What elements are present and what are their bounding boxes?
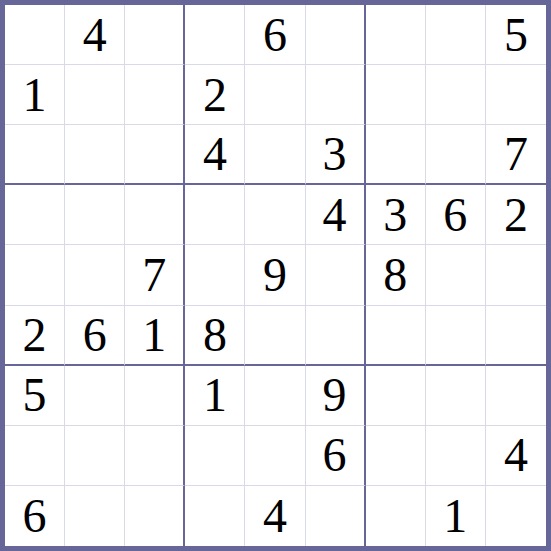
cell-r5c3[interactable]: 7 (125, 245, 185, 305)
cell-r7c6[interactable]: 9 (306, 366, 366, 426)
cell-r2c8[interactable] (426, 65, 486, 125)
cell-r6c3[interactable]: 1 (125, 306, 185, 366)
cell-r3c3[interactable] (125, 125, 185, 185)
cell-r1c6[interactable] (306, 5, 366, 65)
cell-r4c7[interactable]: 3 (366, 185, 426, 245)
cell-r5c1[interactable] (5, 245, 65, 305)
cell-r6c9[interactable] (486, 306, 546, 366)
cell-r2c4[interactable]: 2 (185, 65, 245, 125)
cell-r6c7[interactable] (366, 306, 426, 366)
cell-r1c3[interactable] (125, 5, 185, 65)
cell-r3c4[interactable]: 4 (185, 125, 245, 185)
cell-r8c9[interactable]: 4 (486, 426, 546, 486)
cell-r5c5[interactable]: 9 (245, 245, 305, 305)
cell-r6c6[interactable] (306, 306, 366, 366)
cell-r3c1[interactable] (5, 125, 65, 185)
cell-r7c8[interactable] (426, 366, 486, 426)
cell-r2c1[interactable]: 1 (5, 65, 65, 125)
cell-r2c6[interactable] (306, 65, 366, 125)
cell-r1c9[interactable]: 5 (486, 5, 546, 65)
cell-r8c1[interactable] (5, 426, 65, 486)
cell-r9c3[interactable] (125, 486, 185, 546)
cell-r2c9[interactable] (486, 65, 546, 125)
cell-r7c2[interactable] (65, 366, 125, 426)
cell-r1c4[interactable] (185, 5, 245, 65)
cell-r9c2[interactable] (65, 486, 125, 546)
cell-r4c9[interactable]: 2 (486, 185, 546, 245)
cell-r9c1[interactable]: 6 (5, 486, 65, 546)
cell-r3c7[interactable] (366, 125, 426, 185)
cell-r7c3[interactable] (125, 366, 185, 426)
cell-r1c7[interactable] (366, 5, 426, 65)
cell-r2c3[interactable] (125, 65, 185, 125)
cell-r5c6[interactable] (306, 245, 366, 305)
cell-r1c8[interactable] (426, 5, 486, 65)
cell-r9c4[interactable] (185, 486, 245, 546)
cell-r5c9[interactable] (486, 245, 546, 305)
cell-r5c7[interactable]: 8 (366, 245, 426, 305)
cell-r9c7[interactable] (366, 486, 426, 546)
cell-r2c5[interactable] (245, 65, 305, 125)
cell-r3c9[interactable]: 7 (486, 125, 546, 185)
cell-r5c2[interactable] (65, 245, 125, 305)
cell-r3c5[interactable] (245, 125, 305, 185)
cell-r1c5[interactable]: 6 (245, 5, 305, 65)
cell-r7c7[interactable] (366, 366, 426, 426)
cell-r8c4[interactable] (185, 426, 245, 486)
cell-r8c2[interactable] (65, 426, 125, 486)
cell-r8c6[interactable]: 6 (306, 426, 366, 486)
cell-r1c1[interactable] (5, 5, 65, 65)
cell-r5c4[interactable] (185, 245, 245, 305)
cell-r8c8[interactable] (426, 426, 486, 486)
cell-r4c5[interactable] (245, 185, 305, 245)
cell-r3c6[interactable]: 3 (306, 125, 366, 185)
cell-r4c6[interactable]: 4 (306, 185, 366, 245)
cell-r5c8[interactable] (426, 245, 486, 305)
cell-r7c9[interactable] (486, 366, 546, 426)
cell-r9c6[interactable] (306, 486, 366, 546)
cell-r6c5[interactable] (245, 306, 305, 366)
cell-r6c8[interactable] (426, 306, 486, 366)
cell-r4c2[interactable] (65, 185, 125, 245)
cell-r6c1[interactable]: 2 (5, 306, 65, 366)
cell-r6c4[interactable]: 8 (185, 306, 245, 366)
cell-r9c8[interactable]: 1 (426, 486, 486, 546)
cell-r8c5[interactable] (245, 426, 305, 486)
cell-r1c2[interactable]: 4 (65, 5, 125, 65)
cell-r4c1[interactable] (5, 185, 65, 245)
cell-r9c5[interactable]: 4 (245, 486, 305, 546)
cell-r2c7[interactable] (366, 65, 426, 125)
sudoku-board: 465124374362798261851964641 (0, 0, 551, 551)
cell-r6c2[interactable]: 6 (65, 306, 125, 366)
cell-r4c3[interactable] (125, 185, 185, 245)
cell-r2c2[interactable] (65, 65, 125, 125)
cell-r3c2[interactable] (65, 125, 125, 185)
cell-r9c9[interactable] (486, 486, 546, 546)
cell-r4c8[interactable]: 6 (426, 185, 486, 245)
cell-r3c8[interactable] (426, 125, 486, 185)
cell-r7c4[interactable]: 1 (185, 366, 245, 426)
cell-r4c4[interactable] (185, 185, 245, 245)
cell-r8c3[interactable] (125, 426, 185, 486)
cell-r7c1[interactable]: 5 (5, 366, 65, 426)
cell-r7c5[interactable] (245, 366, 305, 426)
cell-r8c7[interactable] (366, 426, 426, 486)
